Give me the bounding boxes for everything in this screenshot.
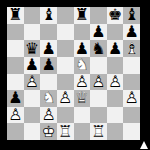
chess-diagram: ♜♝♜♚♝♟♟♛♟♟♞♟♝♗♟♟♞♘♟♙♟♙♟♙♟♙♟♞♘♟♙♛♕♟♙♟♙♟♙♚… (0, 0, 150, 150)
square-d1[interactable]: ♜♖ (57, 123, 74, 140)
white-piece-outline: ♖ (90, 123, 107, 140)
chess-board: ♜♝♜♚♝♟♟♛♟♟♞♟♝♗♟♟♞♘♟♙♟♙♟♙♟♙♟♞♘♟♙♛♕♟♙♟♙♟♙♚… (7, 7, 140, 140)
square-a7[interactable] (7, 24, 24, 41)
piece-black-king[interactable]: ♚ (107, 7, 124, 24)
piece-black-queen[interactable]: ♛ (24, 40, 41, 57)
square-d5[interactable] (57, 57, 74, 74)
square-h4[interactable] (123, 74, 140, 91)
square-c6[interactable]: ♟ (40, 40, 57, 57)
piece-white-pawn[interactable]: ♟♙ (40, 107, 57, 124)
square-h8[interactable]: ♝ (123, 7, 140, 24)
white-to-move-indicator (140, 141, 148, 149)
square-e2[interactable] (74, 107, 91, 124)
piece-black-pawn[interactable]: ♟ (123, 24, 140, 41)
square-f2[interactable] (90, 107, 107, 124)
piece-black-pawn[interactable]: ♟ (107, 40, 124, 57)
square-a6[interactable] (7, 40, 24, 57)
square-g6[interactable]: ♟ (107, 40, 124, 57)
square-a8[interactable]: ♜ (7, 7, 24, 24)
square-e7[interactable] (74, 24, 91, 41)
square-c4[interactable] (40, 74, 57, 91)
square-b1[interactable] (24, 123, 41, 140)
piece-white-bishop[interactable]: ♝♗ (123, 40, 140, 57)
square-h3[interactable]: ♟♙ (123, 90, 140, 107)
white-piece-outline: ♕ (74, 90, 91, 107)
square-a5[interactable] (7, 57, 24, 74)
white-piece-outline: ♗ (123, 40, 140, 57)
square-a4[interactable] (7, 74, 24, 91)
square-g2[interactable] (107, 107, 124, 124)
piece-black-knight[interactable]: ♞ (90, 40, 107, 57)
piece-black-rook[interactable]: ♜ (74, 7, 91, 24)
white-piece-outline: ♔ (40, 123, 57, 140)
square-f1[interactable]: ♜♖ (90, 123, 107, 140)
square-h7[interactable]: ♟ (123, 24, 140, 41)
white-piece-outline: ♙ (74, 74, 91, 91)
square-d7[interactable] (57, 24, 74, 41)
piece-white-pawn[interactable]: ♟♙ (7, 107, 24, 124)
square-h1[interactable] (123, 123, 140, 140)
square-e8[interactable]: ♜ (74, 7, 91, 24)
piece-white-king[interactable]: ♚♔ (40, 123, 57, 140)
piece-white-pawn[interactable]: ♟♙ (123, 90, 140, 107)
piece-black-pawn[interactable]: ♟ (7, 90, 24, 107)
square-g3[interactable] (107, 90, 124, 107)
square-c3[interactable]: ♞♘ (40, 90, 57, 107)
square-g7[interactable] (107, 24, 124, 41)
square-a1[interactable] (7, 123, 24, 140)
piece-white-pawn[interactable]: ♟♙ (57, 90, 74, 107)
white-piece-outline: ♙ (90, 74, 107, 91)
piece-white-rook[interactable]: ♜♖ (57, 123, 74, 140)
white-piece-outline: ♙ (24, 74, 41, 91)
piece-white-queen[interactable]: ♛♕ (74, 90, 91, 107)
square-d3[interactable]: ♟♙ (57, 90, 74, 107)
square-c5[interactable]: ♟ (40, 57, 57, 74)
piece-black-pawn[interactable]: ♟ (40, 40, 57, 57)
square-a2[interactable]: ♟♙ (7, 107, 24, 124)
square-c1[interactable]: ♚♔ (40, 123, 57, 140)
white-piece-outline: ♘ (40, 90, 57, 107)
white-piece-outline: ♖ (57, 123, 74, 140)
piece-white-rook[interactable]: ♜♖ (90, 123, 107, 140)
square-d8[interactable] (57, 7, 74, 24)
piece-white-knight[interactable]: ♞♘ (40, 90, 57, 107)
piece-white-pawn[interactable]: ♟♙ (107, 74, 124, 91)
piece-white-pawn[interactable]: ♟♙ (90, 74, 107, 91)
square-e6[interactable]: ♟ (74, 40, 91, 57)
white-piece-outline: ♘ (74, 57, 91, 74)
square-c7[interactable] (40, 24, 57, 41)
square-h5[interactable] (123, 57, 140, 74)
square-h6[interactable]: ♝♗ (123, 40, 140, 57)
square-f5[interactable] (90, 57, 107, 74)
square-c8[interactable]: ♝ (40, 7, 57, 24)
square-g8[interactable]: ♚ (107, 7, 124, 24)
piece-black-pawn[interactable]: ♟ (40, 57, 57, 74)
square-b5[interactable]: ♟ (24, 57, 41, 74)
square-e1[interactable] (74, 123, 91, 140)
white-piece-outline: ♙ (40, 107, 57, 124)
square-c2[interactable]: ♟♙ (40, 107, 57, 124)
square-e4[interactable]: ♟♙ (74, 74, 91, 91)
square-b6[interactable]: ♛ (24, 40, 41, 57)
piece-black-pawn[interactable]: ♟ (90, 24, 107, 41)
square-h2[interactable] (123, 107, 140, 124)
square-b3[interactable] (24, 90, 41, 107)
square-b7[interactable] (24, 24, 41, 41)
square-f3[interactable] (90, 90, 107, 107)
square-e3[interactable]: ♛♕ (74, 90, 91, 107)
piece-black-bishop[interactable]: ♝ (123, 7, 140, 24)
piece-white-pawn[interactable]: ♟♙ (24, 74, 41, 91)
piece-black-bishop[interactable]: ♝ (40, 7, 57, 24)
square-g5[interactable] (107, 57, 124, 74)
square-b4[interactable]: ♟♙ (24, 74, 41, 91)
square-b8[interactable] (24, 7, 41, 24)
square-d2[interactable] (57, 107, 74, 124)
square-f4[interactable]: ♟♙ (90, 74, 107, 91)
piece-black-pawn[interactable]: ♟ (74, 40, 91, 57)
square-f8[interactable] (90, 7, 107, 24)
square-f7[interactable]: ♟ (90, 24, 107, 41)
white-piece-outline: ♙ (57, 90, 74, 107)
white-piece-outline: ♙ (123, 90, 140, 107)
white-piece-outline: ♙ (7, 107, 24, 124)
piece-black-pawn[interactable]: ♟ (24, 57, 41, 74)
white-piece-outline: ♙ (107, 74, 124, 91)
square-e5[interactable]: ♞♘ (74, 57, 91, 74)
square-f6[interactable]: ♞ (90, 40, 107, 57)
square-g4[interactable]: ♟♙ (107, 74, 124, 91)
square-a3[interactable]: ♟ (7, 90, 24, 107)
square-d6[interactable] (57, 40, 74, 57)
square-g1[interactable] (107, 123, 124, 140)
piece-white-knight[interactable]: ♞♘ (74, 57, 91, 74)
piece-white-pawn[interactable]: ♟♙ (74, 74, 91, 91)
square-d4[interactable] (57, 74, 74, 91)
square-b2[interactable] (24, 107, 41, 124)
piece-black-rook[interactable]: ♜ (7, 7, 24, 24)
